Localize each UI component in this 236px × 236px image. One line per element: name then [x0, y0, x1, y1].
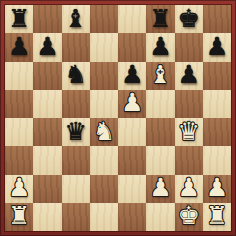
square-d5[interactable] — [90, 90, 118, 118]
black-pawn-piece: ♟ — [121, 62, 143, 87]
square-g7[interactable] — [175, 33, 203, 61]
square-c8[interactable]: ♝ — [62, 5, 90, 33]
square-f3[interactable] — [146, 146, 174, 174]
square-c3[interactable] — [62, 146, 90, 174]
square-h8[interactable] — [203, 5, 231, 33]
square-e4[interactable] — [118, 118, 146, 146]
square-e3[interactable] — [118, 146, 146, 174]
square-e5[interactable]: ♟ — [118, 90, 146, 118]
square-c6[interactable]: ♞ — [62, 62, 90, 90]
square-c4[interactable]: ♛ — [62, 118, 90, 146]
white-pawn-piece: ♟ — [8, 175, 30, 200]
square-c5[interactable] — [62, 90, 90, 118]
square-b2[interactable] — [33, 175, 61, 203]
square-g8[interactable]: ♚ — [175, 5, 203, 33]
white-pawn-piece: ♟ — [149, 175, 171, 200]
square-h7[interactable]: ♟ — [203, 33, 231, 61]
square-d1[interactable] — [90, 203, 118, 231]
square-g3[interactable] — [175, 146, 203, 174]
square-g1[interactable]: ♚ — [175, 203, 203, 231]
square-c7[interactable] — [62, 33, 90, 61]
square-e7[interactable] — [118, 33, 146, 61]
square-f8[interactable]: ♜ — [146, 5, 174, 33]
black-pawn-piece: ♟ — [206, 34, 228, 59]
square-g6[interactable]: ♟ — [175, 62, 203, 90]
square-f2[interactable]: ♟ — [146, 175, 174, 203]
square-b5[interactable] — [33, 90, 61, 118]
white-bishop-piece: ♝ — [149, 62, 171, 87]
square-f6[interactable]: ♝ — [146, 62, 174, 90]
square-g2[interactable]: ♟ — [175, 175, 203, 203]
black-pawn-piece: ♟ — [36, 34, 58, 59]
square-b6[interactable] — [33, 62, 61, 90]
square-e6[interactable]: ♟ — [118, 62, 146, 90]
square-h4[interactable] — [203, 118, 231, 146]
square-f7[interactable]: ♟ — [146, 33, 174, 61]
square-f5[interactable] — [146, 90, 174, 118]
square-a7[interactable]: ♟ — [5, 33, 33, 61]
white-queen-piece: ♛ — [177, 119, 199, 144]
white-king-piece: ♚ — [177, 203, 199, 228]
black-pawn-piece: ♟ — [8, 34, 30, 59]
square-a5[interactable] — [5, 90, 33, 118]
square-b7[interactable]: ♟ — [33, 33, 61, 61]
square-g4[interactable]: ♛ — [175, 118, 203, 146]
square-h5[interactable] — [203, 90, 231, 118]
square-d3[interactable] — [90, 146, 118, 174]
square-b8[interactable] — [33, 5, 61, 33]
white-pawn-piece: ♟ — [121, 90, 143, 115]
square-f1[interactable] — [146, 203, 174, 231]
white-knight-piece: ♞ — [93, 119, 115, 144]
square-d7[interactable] — [90, 33, 118, 61]
white-rook-piece: ♜ — [206, 203, 228, 228]
chess-board: ♜♝♜♚♟♟♟♟♞♟♝♟♟♛♞♛♟♟♟♟♜♚♜ — [5, 5, 231, 231]
black-bishop-piece: ♝ — [64, 6, 86, 31]
black-queen-piece: ♛ — [64, 119, 86, 144]
square-e2[interactable] — [118, 175, 146, 203]
white-rook-piece: ♜ — [8, 203, 30, 228]
square-c1[interactable] — [62, 203, 90, 231]
square-b1[interactable] — [33, 203, 61, 231]
square-f4[interactable] — [146, 118, 174, 146]
board-frame: ♜♝♜♚♟♟♟♟♞♟♝♟♟♛♞♛♟♟♟♟♜♚♜ — [0, 0, 236, 236]
black-knight-piece: ♞ — [64, 62, 86, 87]
black-rook-piece: ♜ — [149, 6, 171, 31]
black-pawn-piece: ♟ — [177, 62, 199, 87]
square-a6[interactable] — [5, 62, 33, 90]
square-h2[interactable]: ♟ — [203, 175, 231, 203]
square-a2[interactable]: ♟ — [5, 175, 33, 203]
square-a1[interactable]: ♜ — [5, 203, 33, 231]
square-h3[interactable] — [203, 146, 231, 174]
square-b4[interactable] — [33, 118, 61, 146]
square-d2[interactable] — [90, 175, 118, 203]
square-a3[interactable] — [5, 146, 33, 174]
square-d6[interactable] — [90, 62, 118, 90]
black-king-piece: ♚ — [177, 6, 199, 31]
white-pawn-piece: ♟ — [206, 175, 228, 200]
square-c2[interactable] — [62, 175, 90, 203]
square-e8[interactable] — [118, 5, 146, 33]
square-h1[interactable]: ♜ — [203, 203, 231, 231]
square-b3[interactable] — [33, 146, 61, 174]
square-g5[interactable] — [175, 90, 203, 118]
square-d4[interactable]: ♞ — [90, 118, 118, 146]
black-pawn-piece: ♟ — [149, 34, 171, 59]
square-h6[interactable] — [203, 62, 231, 90]
square-a8[interactable]: ♜ — [5, 5, 33, 33]
square-d8[interactable] — [90, 5, 118, 33]
square-e1[interactable] — [118, 203, 146, 231]
square-a4[interactable] — [5, 118, 33, 146]
black-rook-piece: ♜ — [8, 6, 30, 31]
white-pawn-piece: ♟ — [177, 175, 199, 200]
